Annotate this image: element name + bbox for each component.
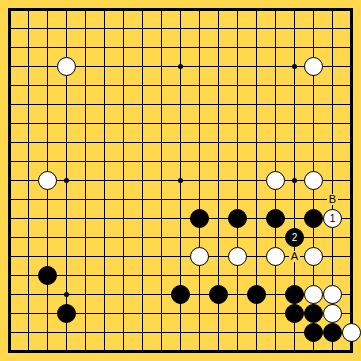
board-point[interactable] bbox=[114, 133, 133, 152]
board-point[interactable] bbox=[266, 133, 285, 152]
board-point[interactable] bbox=[304, 38, 323, 57]
board-point[interactable] bbox=[209, 152, 228, 171]
board-point[interactable] bbox=[228, 0, 247, 19]
board-point[interactable] bbox=[76, 38, 95, 57]
board-point[interactable] bbox=[19, 152, 38, 171]
board-point[interactable] bbox=[304, 0, 323, 19]
board-point[interactable] bbox=[133, 19, 152, 38]
board-point[interactable] bbox=[0, 76, 19, 95]
board-point[interactable] bbox=[266, 0, 285, 19]
board-point[interactable] bbox=[285, 209, 304, 228]
board-point[interactable] bbox=[285, 190, 304, 209]
board-point[interactable] bbox=[171, 266, 190, 285]
board-point[interactable] bbox=[95, 190, 114, 209]
board-point[interactable] bbox=[38, 304, 57, 323]
board-point[interactable] bbox=[209, 247, 228, 266]
board-point[interactable] bbox=[133, 114, 152, 133]
board-point[interactable] bbox=[95, 266, 114, 285]
board-point[interactable] bbox=[38, 133, 57, 152]
board-point[interactable] bbox=[0, 285, 19, 304]
board-point[interactable] bbox=[114, 304, 133, 323]
board-point[interactable] bbox=[114, 171, 133, 190]
board-point[interactable] bbox=[323, 57, 342, 76]
board-point[interactable] bbox=[342, 0, 361, 19]
board-point[interactable] bbox=[228, 342, 247, 361]
board-point[interactable] bbox=[0, 57, 19, 76]
board-point[interactable] bbox=[171, 171, 190, 190]
board-point[interactable] bbox=[38, 266, 57, 285]
board-point[interactable] bbox=[76, 304, 95, 323]
board-point[interactable] bbox=[228, 114, 247, 133]
board-point[interactable] bbox=[323, 323, 342, 342]
board-point[interactable] bbox=[133, 247, 152, 266]
board-point[interactable] bbox=[171, 152, 190, 171]
board-point[interactable] bbox=[228, 285, 247, 304]
board-point[interactable] bbox=[133, 95, 152, 114]
board-point[interactable] bbox=[228, 209, 247, 228]
board-point[interactable] bbox=[285, 38, 304, 57]
board-point[interactable] bbox=[266, 209, 285, 228]
board-point[interactable] bbox=[133, 152, 152, 171]
board-point[interactable] bbox=[133, 304, 152, 323]
board-point[interactable] bbox=[114, 247, 133, 266]
board-point[interactable] bbox=[38, 285, 57, 304]
board-point[interactable] bbox=[57, 38, 76, 57]
board-point[interactable] bbox=[342, 171, 361, 190]
board-point[interactable] bbox=[285, 304, 304, 323]
board-point[interactable] bbox=[247, 95, 266, 114]
board-point[interactable]: 1 bbox=[323, 209, 342, 228]
board-point[interactable] bbox=[133, 285, 152, 304]
board-point[interactable] bbox=[304, 304, 323, 323]
board-point[interactable] bbox=[342, 190, 361, 209]
board-point[interactable] bbox=[266, 342, 285, 361]
board-point[interactable] bbox=[38, 171, 57, 190]
board-point[interactable] bbox=[266, 152, 285, 171]
board-point[interactable] bbox=[0, 228, 19, 247]
board-point[interactable] bbox=[38, 76, 57, 95]
board-point[interactable] bbox=[190, 76, 209, 95]
board-point[interactable] bbox=[304, 190, 323, 209]
board-point[interactable] bbox=[266, 190, 285, 209]
board-point[interactable] bbox=[76, 152, 95, 171]
board-point[interactable] bbox=[152, 171, 171, 190]
board-point[interactable] bbox=[0, 133, 19, 152]
board-point[interactable] bbox=[133, 171, 152, 190]
board-point[interactable] bbox=[0, 171, 19, 190]
board-point[interactable] bbox=[19, 171, 38, 190]
board-point[interactable] bbox=[266, 38, 285, 57]
board-point[interactable] bbox=[190, 266, 209, 285]
board-point[interactable] bbox=[152, 0, 171, 19]
board-point[interactable] bbox=[76, 0, 95, 19]
board-point[interactable] bbox=[133, 76, 152, 95]
board-point[interactable] bbox=[38, 209, 57, 228]
board-point[interactable] bbox=[57, 228, 76, 247]
board-point[interactable] bbox=[323, 38, 342, 57]
board-point[interactable] bbox=[133, 190, 152, 209]
board-point[interactable] bbox=[76, 285, 95, 304]
board-point[interactable] bbox=[114, 266, 133, 285]
board-point[interactable] bbox=[114, 57, 133, 76]
board-point[interactable] bbox=[76, 95, 95, 114]
board-point[interactable] bbox=[228, 323, 247, 342]
board-point[interactable] bbox=[152, 38, 171, 57]
board-point[interactable] bbox=[19, 38, 38, 57]
board-point[interactable] bbox=[0, 266, 19, 285]
board-point[interactable] bbox=[114, 0, 133, 19]
board-point[interactable] bbox=[285, 19, 304, 38]
board-point[interactable] bbox=[285, 342, 304, 361]
board-point[interactable] bbox=[285, 323, 304, 342]
board-point[interactable] bbox=[19, 247, 38, 266]
board-point[interactable] bbox=[228, 133, 247, 152]
board-point[interactable] bbox=[19, 190, 38, 209]
board-point[interactable] bbox=[209, 171, 228, 190]
board-point[interactable] bbox=[190, 152, 209, 171]
board-point[interactable] bbox=[247, 133, 266, 152]
board-point[interactable] bbox=[266, 323, 285, 342]
board-point[interactable] bbox=[247, 190, 266, 209]
board-point[interactable] bbox=[209, 266, 228, 285]
board-point[interactable] bbox=[171, 133, 190, 152]
board-point[interactable] bbox=[304, 266, 323, 285]
board-point[interactable] bbox=[247, 342, 266, 361]
board-point[interactable] bbox=[19, 304, 38, 323]
board-point[interactable] bbox=[76, 228, 95, 247]
board-point[interactable] bbox=[209, 209, 228, 228]
board-point[interactable] bbox=[209, 38, 228, 57]
board-point[interactable] bbox=[247, 76, 266, 95]
board-point[interactable] bbox=[285, 76, 304, 95]
board-point[interactable] bbox=[228, 171, 247, 190]
board-point[interactable] bbox=[323, 228, 342, 247]
board-point[interactable] bbox=[57, 285, 76, 304]
board-point[interactable] bbox=[228, 57, 247, 76]
board-point[interactable] bbox=[95, 209, 114, 228]
board-point[interactable] bbox=[209, 133, 228, 152]
board-point[interactable] bbox=[76, 323, 95, 342]
board-point[interactable] bbox=[0, 247, 19, 266]
board-point[interactable] bbox=[342, 95, 361, 114]
board-point[interactable] bbox=[247, 285, 266, 304]
board-point[interactable] bbox=[285, 266, 304, 285]
board-point[interactable] bbox=[57, 76, 76, 95]
board-point[interactable] bbox=[171, 190, 190, 209]
board-point[interactable] bbox=[228, 38, 247, 57]
board-point[interactable] bbox=[133, 38, 152, 57]
board-point[interactable] bbox=[266, 19, 285, 38]
board-point[interactable] bbox=[190, 0, 209, 19]
board-point[interactable] bbox=[133, 228, 152, 247]
board-point[interactable] bbox=[0, 304, 19, 323]
board-point[interactable] bbox=[342, 57, 361, 76]
board-point[interactable] bbox=[342, 38, 361, 57]
board-point[interactable] bbox=[228, 228, 247, 247]
board-point[interactable] bbox=[285, 57, 304, 76]
board-point[interactable] bbox=[228, 266, 247, 285]
board-point[interactable] bbox=[323, 133, 342, 152]
board-point[interactable] bbox=[57, 114, 76, 133]
board-point[interactable] bbox=[171, 76, 190, 95]
board-point[interactable] bbox=[133, 133, 152, 152]
board-point[interactable] bbox=[57, 304, 76, 323]
board-point[interactable] bbox=[38, 323, 57, 342]
board-point[interactable] bbox=[38, 152, 57, 171]
board-point[interactable] bbox=[114, 19, 133, 38]
board-point[interactable] bbox=[247, 323, 266, 342]
board-point[interactable] bbox=[133, 57, 152, 76]
board-point[interactable] bbox=[228, 76, 247, 95]
board-point[interactable] bbox=[152, 95, 171, 114]
board-point[interactable] bbox=[57, 342, 76, 361]
board-point[interactable] bbox=[95, 38, 114, 57]
board-point[interactable] bbox=[76, 342, 95, 361]
board-point[interactable] bbox=[304, 285, 323, 304]
board-point[interactable] bbox=[342, 247, 361, 266]
board-point[interactable] bbox=[38, 38, 57, 57]
board-point[interactable] bbox=[152, 266, 171, 285]
board-point[interactable] bbox=[190, 38, 209, 57]
board-point[interactable] bbox=[95, 304, 114, 323]
board-point[interactable] bbox=[19, 19, 38, 38]
board-point[interactable] bbox=[247, 114, 266, 133]
board-point[interactable] bbox=[133, 0, 152, 19]
board-point[interactable] bbox=[190, 114, 209, 133]
board-point[interactable] bbox=[76, 76, 95, 95]
board-point[interactable] bbox=[38, 19, 57, 38]
board-point[interactable] bbox=[209, 57, 228, 76]
board-point[interactable] bbox=[0, 0, 19, 19]
board-point[interactable] bbox=[304, 76, 323, 95]
board-point[interactable] bbox=[95, 57, 114, 76]
board-point[interactable] bbox=[19, 266, 38, 285]
board-point[interactable] bbox=[342, 266, 361, 285]
board-point[interactable] bbox=[19, 76, 38, 95]
board-point[interactable] bbox=[38, 0, 57, 19]
board-point[interactable] bbox=[0, 323, 19, 342]
board-point[interactable] bbox=[0, 19, 19, 38]
board-point[interactable] bbox=[171, 247, 190, 266]
board-point[interactable] bbox=[57, 266, 76, 285]
board-point[interactable] bbox=[323, 19, 342, 38]
board-point[interactable] bbox=[247, 57, 266, 76]
board-point[interactable] bbox=[228, 190, 247, 209]
board-point[interactable] bbox=[304, 323, 323, 342]
board-point[interactable] bbox=[114, 95, 133, 114]
board-point[interactable] bbox=[0, 38, 19, 57]
board-point[interactable] bbox=[19, 323, 38, 342]
board-point[interactable] bbox=[342, 209, 361, 228]
board-point[interactable] bbox=[209, 114, 228, 133]
board-point[interactable] bbox=[323, 114, 342, 133]
board-point[interactable] bbox=[228, 152, 247, 171]
board-point[interactable] bbox=[304, 171, 323, 190]
board-point[interactable] bbox=[266, 114, 285, 133]
board-point[interactable] bbox=[209, 190, 228, 209]
board-point[interactable] bbox=[76, 247, 95, 266]
board-point[interactable] bbox=[190, 247, 209, 266]
board-point[interactable] bbox=[95, 228, 114, 247]
board-point[interactable] bbox=[95, 133, 114, 152]
board-point[interactable] bbox=[171, 114, 190, 133]
board-point[interactable] bbox=[19, 133, 38, 152]
board-point[interactable] bbox=[190, 57, 209, 76]
board-point[interactable] bbox=[152, 76, 171, 95]
board-point[interactable] bbox=[304, 57, 323, 76]
board-point[interactable] bbox=[57, 133, 76, 152]
board-point[interactable] bbox=[323, 342, 342, 361]
board-point[interactable] bbox=[0, 114, 19, 133]
board-point[interactable] bbox=[76, 133, 95, 152]
board-point[interactable] bbox=[171, 304, 190, 323]
board-point[interactable] bbox=[342, 304, 361, 323]
board-point[interactable] bbox=[19, 342, 38, 361]
board-point[interactable] bbox=[152, 152, 171, 171]
board-point[interactable] bbox=[304, 133, 323, 152]
board-point[interactable]: 2 bbox=[285, 228, 304, 247]
board-point[interactable] bbox=[304, 247, 323, 266]
board-point[interactable] bbox=[19, 57, 38, 76]
board-point[interactable] bbox=[304, 114, 323, 133]
board-point[interactable] bbox=[38, 342, 57, 361]
board-point[interactable] bbox=[76, 19, 95, 38]
board-point[interactable] bbox=[152, 323, 171, 342]
board-point[interactable] bbox=[285, 0, 304, 19]
board-point[interactable] bbox=[57, 95, 76, 114]
board-point[interactable] bbox=[38, 228, 57, 247]
board-point[interactable] bbox=[247, 228, 266, 247]
board-point[interactable] bbox=[247, 304, 266, 323]
board-point[interactable] bbox=[342, 76, 361, 95]
board-point[interactable]: B bbox=[323, 190, 342, 209]
board-point[interactable]: A bbox=[285, 247, 304, 266]
board-point[interactable] bbox=[228, 304, 247, 323]
board-point[interactable] bbox=[304, 228, 323, 247]
board-point[interactable] bbox=[304, 209, 323, 228]
board-point[interactable] bbox=[190, 133, 209, 152]
board-point[interactable] bbox=[304, 152, 323, 171]
board-point[interactable] bbox=[247, 38, 266, 57]
board-point[interactable] bbox=[266, 228, 285, 247]
board-point[interactable] bbox=[38, 190, 57, 209]
board-point[interactable] bbox=[247, 247, 266, 266]
board-point[interactable] bbox=[57, 57, 76, 76]
board-point[interactable] bbox=[171, 228, 190, 247]
board-point[interactable] bbox=[285, 133, 304, 152]
board-point[interactable] bbox=[266, 285, 285, 304]
board-point[interactable] bbox=[209, 0, 228, 19]
board-point[interactable] bbox=[190, 323, 209, 342]
board-point[interactable] bbox=[209, 95, 228, 114]
board-point[interactable] bbox=[95, 19, 114, 38]
board-point[interactable] bbox=[95, 152, 114, 171]
board-point[interactable] bbox=[342, 228, 361, 247]
board-point[interactable] bbox=[228, 95, 247, 114]
board-point[interactable] bbox=[190, 190, 209, 209]
board-point[interactable] bbox=[152, 57, 171, 76]
board-point[interactable] bbox=[171, 95, 190, 114]
board-point[interactable] bbox=[285, 95, 304, 114]
board-point[interactable] bbox=[304, 19, 323, 38]
board-point[interactable] bbox=[95, 323, 114, 342]
board-point[interactable] bbox=[190, 209, 209, 228]
board-point[interactable] bbox=[95, 171, 114, 190]
board-point[interactable] bbox=[57, 247, 76, 266]
board-point[interactable] bbox=[0, 190, 19, 209]
board-point[interactable] bbox=[171, 342, 190, 361]
board-point[interactable] bbox=[114, 228, 133, 247]
board-point[interactable] bbox=[133, 266, 152, 285]
board-point[interactable] bbox=[152, 133, 171, 152]
board-point[interactable] bbox=[95, 247, 114, 266]
board-point[interactable] bbox=[323, 95, 342, 114]
board-point[interactable] bbox=[323, 247, 342, 266]
board-point[interactable] bbox=[285, 152, 304, 171]
board-point[interactable] bbox=[323, 266, 342, 285]
board-point[interactable] bbox=[323, 171, 342, 190]
board-point[interactable] bbox=[323, 0, 342, 19]
board-point[interactable] bbox=[95, 114, 114, 133]
board-point[interactable] bbox=[342, 323, 361, 342]
board-point[interactable] bbox=[95, 285, 114, 304]
board-point[interactable] bbox=[152, 228, 171, 247]
board-point[interactable] bbox=[114, 285, 133, 304]
board-point[interactable] bbox=[57, 323, 76, 342]
board-point[interactable] bbox=[152, 19, 171, 38]
board-point[interactable] bbox=[76, 57, 95, 76]
board-point[interactable] bbox=[0, 342, 19, 361]
board-point[interactable] bbox=[323, 76, 342, 95]
board-point[interactable] bbox=[38, 95, 57, 114]
board-point[interactable] bbox=[342, 342, 361, 361]
board-point[interactable] bbox=[133, 323, 152, 342]
board-point[interactable] bbox=[190, 171, 209, 190]
board-point[interactable] bbox=[19, 0, 38, 19]
board-point[interactable] bbox=[152, 247, 171, 266]
board-point[interactable] bbox=[266, 266, 285, 285]
board-point[interactable] bbox=[247, 152, 266, 171]
board-point[interactable] bbox=[152, 342, 171, 361]
board-point[interactable] bbox=[133, 209, 152, 228]
board-point[interactable] bbox=[152, 209, 171, 228]
board-point[interactable] bbox=[342, 152, 361, 171]
board-point[interactable] bbox=[190, 304, 209, 323]
board-point[interactable] bbox=[57, 190, 76, 209]
board-point[interactable] bbox=[114, 342, 133, 361]
board-point[interactable] bbox=[95, 76, 114, 95]
board-point[interactable] bbox=[114, 323, 133, 342]
board-point[interactable] bbox=[190, 19, 209, 38]
board-point[interactable] bbox=[76, 209, 95, 228]
board-point[interactable] bbox=[342, 19, 361, 38]
board-point[interactable] bbox=[114, 76, 133, 95]
board-point[interactable] bbox=[19, 285, 38, 304]
board-point[interactable] bbox=[266, 57, 285, 76]
board-point[interactable] bbox=[228, 247, 247, 266]
board-point[interactable] bbox=[171, 323, 190, 342]
board-point[interactable] bbox=[342, 133, 361, 152]
board-point[interactable] bbox=[171, 0, 190, 19]
board-point[interactable] bbox=[171, 57, 190, 76]
board-point[interactable] bbox=[190, 342, 209, 361]
board-point[interactable] bbox=[76, 114, 95, 133]
board-point[interactable] bbox=[57, 171, 76, 190]
board-point[interactable] bbox=[323, 285, 342, 304]
board-point[interactable] bbox=[38, 114, 57, 133]
board-point[interactable] bbox=[209, 304, 228, 323]
board-point[interactable] bbox=[304, 95, 323, 114]
